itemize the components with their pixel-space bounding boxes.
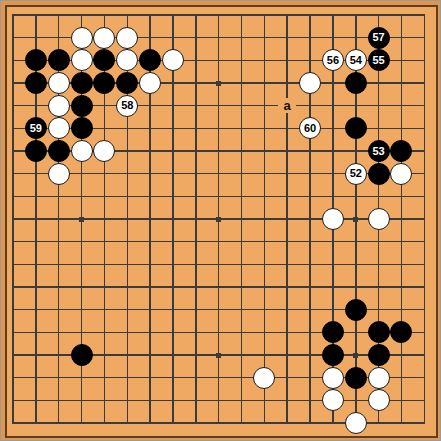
stone-white-oj [322, 208, 344, 230]
grid-line-v-18 [424, 14, 426, 424]
stone-black-ed [93, 72, 115, 94]
stone-black-op [322, 344, 344, 366]
move-number: 56 [327, 55, 339, 66]
stone-white-fb [116, 27, 138, 49]
stone-black-pq [345, 367, 367, 389]
stone-black-cg [48, 140, 70, 162]
stone-black-pd [345, 72, 367, 94]
grid-line-h-10 [12, 241, 425, 243]
stone-black-pn [345, 299, 367, 321]
stone-white-oq [322, 367, 344, 389]
stone-white-cf [48, 117, 70, 139]
star-point-pj [353, 217, 358, 222]
stone-white-or [322, 389, 344, 411]
stone-white-nd [299, 72, 321, 94]
move-number: 60 [304, 123, 316, 134]
stone-black-ec [93, 49, 115, 71]
star-point-jj [216, 217, 221, 222]
stone-black-dp [71, 344, 93, 366]
grid-line-h-14 [12, 332, 425, 334]
star-point-jp [216, 353, 221, 358]
grid-line-h-11 [12, 264, 425, 266]
stone-white-rh [390, 163, 412, 185]
stone-white-ph-move-52: 52 [345, 163, 367, 185]
move-number: 58 [121, 100, 133, 111]
stone-black-fd [116, 72, 138, 94]
move-number: 59 [30, 123, 42, 134]
go-board[interactable]: 575654555859605352a [0, 0, 441, 441]
grid-line-v-10 [241, 14, 243, 424]
stone-black-pf [345, 117, 367, 139]
grid-line-v-12 [286, 14, 288, 424]
stone-white-hc [162, 49, 184, 71]
stone-white-db [71, 27, 93, 49]
stone-white-ce [48, 95, 70, 117]
stone-black-df [71, 117, 93, 139]
stone-black-ro [390, 321, 412, 343]
stone-white-ps [345, 412, 367, 434]
stone-black-gc [139, 49, 161, 71]
star-point-jd [216, 81, 221, 86]
stone-black-qc-move-55: 55 [368, 49, 390, 71]
grid-line-v-11 [264, 14, 266, 424]
move-number: 52 [350, 168, 362, 179]
stone-black-cc [48, 49, 70, 71]
stone-black-qp [368, 344, 390, 366]
stone-black-de [71, 95, 93, 117]
move-number: 53 [372, 146, 384, 157]
grid-line-v-17 [401, 14, 403, 424]
stone-black-bc [25, 49, 47, 71]
stone-white-qj [368, 208, 390, 230]
board-overlay: 575654555859605352a [1, 1, 440, 440]
stone-white-dg [71, 140, 93, 162]
stone-black-bd [25, 72, 47, 94]
star-point-dj [79, 217, 84, 222]
move-number: 57 [372, 32, 384, 43]
stone-white-eb [93, 27, 115, 49]
stone-black-bf-move-59: 59 [25, 117, 47, 139]
grid-line-h-17 [12, 400, 425, 402]
stone-black-bg [25, 140, 47, 162]
stone-black-qh [368, 163, 390, 185]
stone-white-dc [71, 49, 93, 71]
stone-black-rg [390, 140, 412, 162]
stone-white-fc [116, 49, 138, 71]
stone-black-qb-move-57: 57 [368, 27, 390, 49]
stone-white-cd [48, 72, 70, 94]
stone-white-oc-move-56: 56 [322, 49, 344, 71]
stone-black-dd [71, 72, 93, 94]
stone-white-gd [139, 72, 161, 94]
stone-white-fe-move-58: 58 [116, 95, 138, 117]
stone-black-qo [368, 321, 390, 343]
stone-white-eg [93, 140, 115, 162]
stone-white-pc-move-54: 54 [345, 49, 367, 71]
stone-black-qg-move-53: 53 [368, 140, 390, 162]
stone-black-oo [322, 321, 344, 343]
stone-white-qq [368, 367, 390, 389]
move-number: 54 [350, 55, 362, 66]
stone-white-qr [368, 389, 390, 411]
stone-white-ch [48, 163, 70, 185]
grid-line-h-12 [12, 286, 425, 288]
stone-white-lq [253, 367, 275, 389]
move-number: 55 [372, 55, 384, 66]
point-label-a: a [278, 98, 296, 113]
star-point-pp [353, 353, 358, 358]
stone-white-nf-move-60: 60 [299, 117, 321, 139]
